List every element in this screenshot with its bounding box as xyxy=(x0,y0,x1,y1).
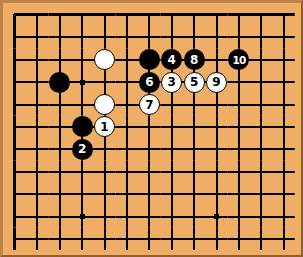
intersection-c1-r3[interactable] xyxy=(4,49,26,71)
intersection-c5-r11[interactable] xyxy=(93,228,115,250)
black-stone-move-2: 2 xyxy=(72,139,93,160)
black-stone-move-8: 8 xyxy=(184,49,205,70)
intersection-c5-r9[interactable] xyxy=(93,183,115,205)
intersection-c2-r3[interactable] xyxy=(26,49,48,71)
intersection-c7-r11[interactable] xyxy=(138,228,160,250)
intersection-c9-r2[interactable] xyxy=(183,26,205,48)
intersection-c8-r1[interactable] xyxy=(161,4,183,26)
intersection-c11-r11[interactable] xyxy=(228,228,250,250)
intersection-c9-r11[interactable] xyxy=(183,228,205,250)
intersection-c3-r6[interactable] xyxy=(49,116,71,138)
go-board: 48106359712 xyxy=(0,0,303,257)
intersection-c6-r1[interactable] xyxy=(116,4,138,26)
intersection-c2-r11[interactable] xyxy=(26,228,48,250)
intersection-c1-r8[interactable] xyxy=(4,161,26,183)
intersection-c5-r7[interactable] xyxy=(93,138,115,160)
intersection-c10-r10[interactable] xyxy=(205,205,227,227)
black-stone xyxy=(72,116,93,137)
intersection-c12-r2[interactable] xyxy=(250,26,272,48)
intersection-c11-r3[interactable]: 10 xyxy=(228,49,250,71)
intersection-c8-r10[interactable] xyxy=(161,205,183,227)
intersection-c12-r8[interactable] xyxy=(250,161,272,183)
intersection-c6-r8[interactable] xyxy=(116,161,138,183)
intersection-c6-r5[interactable] xyxy=(116,93,138,115)
intersection-c4-r3[interactable] xyxy=(71,49,93,71)
intersection-c5-r1[interactable] xyxy=(93,4,115,26)
intersection-c1-r4[interactable] xyxy=(4,71,26,93)
intersection-c11-r10[interactable] xyxy=(228,205,250,227)
intersection-c7-r3[interactable] xyxy=(138,49,160,71)
intersection-c10-r4[interactable]: 9 xyxy=(205,71,227,93)
intersection-c5-r2[interactable] xyxy=(93,26,115,48)
intersection-c13-r1[interactable] xyxy=(272,4,294,26)
white-stone xyxy=(94,49,115,70)
intersection-c11-r2[interactable] xyxy=(228,26,250,48)
intersection-c11-r6[interactable] xyxy=(228,116,250,138)
intersection-c9-r5[interactable] xyxy=(183,93,205,115)
intersection-c7-r4[interactable]: 6 xyxy=(138,71,160,93)
intersection-c6-r4[interactable] xyxy=(116,71,138,93)
intersection-c7-r8[interactable] xyxy=(138,161,160,183)
intersection-c2-r8[interactable] xyxy=(26,161,48,183)
intersection-c1-r2[interactable] xyxy=(4,26,26,48)
intersection-c9-r8[interactable] xyxy=(183,161,205,183)
intersection-c9-r6[interactable] xyxy=(183,116,205,138)
intersection-c1-r5[interactable] xyxy=(4,93,26,115)
intersection-c1-r11[interactable] xyxy=(4,228,26,250)
intersection-c8-r11[interactable] xyxy=(161,228,183,250)
intersection-c9-r7[interactable] xyxy=(183,138,205,160)
intersection-c13-r4[interactable] xyxy=(272,71,294,93)
intersection-c4-r7[interactable]: 2 xyxy=(71,138,93,160)
intersection-c6-r9[interactable] xyxy=(116,183,138,205)
black-stone xyxy=(49,72,70,93)
intersection-c13-r5[interactable] xyxy=(272,93,294,115)
intersection-c2-r10[interactable] xyxy=(26,205,48,227)
intersection-c2-r5[interactable] xyxy=(26,93,48,115)
intersection-c3-r8[interactable] xyxy=(49,161,71,183)
intersection-c1-r10[interactable] xyxy=(4,205,26,227)
intersection-c4-r2[interactable] xyxy=(71,26,93,48)
intersection-c5-r3[interactable] xyxy=(93,49,115,71)
intersection-c3-r2[interactable] xyxy=(49,26,71,48)
intersection-c8-r5[interactable] xyxy=(161,93,183,115)
intersection-c13-r3[interactable] xyxy=(272,49,294,71)
intersection-c10-r1[interactable] xyxy=(205,4,227,26)
intersection-c7-r9[interactable] xyxy=(138,183,160,205)
intersection-c6-r10[interactable] xyxy=(116,205,138,227)
intersection-c10-r11[interactable] xyxy=(205,228,227,250)
intersection-c7-r1[interactable] xyxy=(138,4,160,26)
intersection-c3-r5[interactable] xyxy=(49,93,71,115)
intersection-c9-r4[interactable]: 5 xyxy=(183,71,205,93)
intersection-c2-r1[interactable] xyxy=(26,4,48,26)
intersection-c11-r1[interactable] xyxy=(228,4,250,26)
intersection-c2-r4[interactable] xyxy=(26,71,48,93)
intersection-c8-r7[interactable] xyxy=(161,138,183,160)
intersection-c5-r10[interactable] xyxy=(93,205,115,227)
intersection-c10-r7[interactable] xyxy=(205,138,227,160)
intersection-c10-r3[interactable] xyxy=(205,49,227,71)
intersection-c9-r9[interactable] xyxy=(183,183,205,205)
intersection-c4-r8[interactable] xyxy=(71,161,93,183)
intersection-c4-r1[interactable] xyxy=(71,4,93,26)
intersection-c11-r7[interactable] xyxy=(228,138,250,160)
intersection-c6-r7[interactable] xyxy=(116,138,138,160)
intersection-c8-r3[interactable]: 4 xyxy=(161,49,183,71)
intersection-c3-r3[interactable] xyxy=(49,49,71,71)
intersection-c13-r10[interactable] xyxy=(272,205,294,227)
intersection-c1-r7[interactable] xyxy=(4,138,26,160)
intersection-c3-r1[interactable] xyxy=(49,4,71,26)
black-stone-move-4: 4 xyxy=(161,49,182,70)
white-stone-move-5: 5 xyxy=(184,72,205,93)
intersection-c9-r1[interactable] xyxy=(183,4,205,26)
intersection-c13-r8[interactable] xyxy=(272,161,294,183)
intersection-c8-r6[interactable] xyxy=(161,116,183,138)
black-stone xyxy=(139,49,160,70)
intersection-c10-r2[interactable] xyxy=(205,26,227,48)
white-stone-move-1: 1 xyxy=(94,116,115,137)
intersection-c4-r9[interactable] xyxy=(71,183,93,205)
star-point xyxy=(80,214,85,219)
intersection-c6-r3[interactable] xyxy=(116,49,138,71)
intersection-c3-r7[interactable] xyxy=(49,138,71,160)
intersection-c6-r6[interactable] xyxy=(116,116,138,138)
intersection-c13-r9[interactable] xyxy=(272,183,294,205)
intersection-c1-r1[interactable] xyxy=(4,4,26,26)
intersection-c6-r11[interactable] xyxy=(116,228,138,250)
intersection-c5-r5[interactable] xyxy=(93,93,115,115)
intersection-c7-r10[interactable] xyxy=(138,205,160,227)
intersection-c8-r8[interactable] xyxy=(161,161,183,183)
star-point xyxy=(214,214,219,219)
intersection-c7-r6[interactable] xyxy=(138,116,160,138)
intersection-c13-r7[interactable] xyxy=(272,138,294,160)
intersection-c7-r2[interactable] xyxy=(138,26,160,48)
intersection-c1-r6[interactable] xyxy=(4,116,26,138)
intersection-c7-r5[interactable]: 7 xyxy=(138,93,160,115)
intersection-c11-r8[interactable] xyxy=(228,161,250,183)
intersection-c8-r2[interactable] xyxy=(161,26,183,48)
black-stone-move-10: 10 xyxy=(228,49,249,70)
intersection-c12-r10[interactable] xyxy=(250,205,272,227)
intersection-c2-r7[interactable] xyxy=(26,138,48,160)
intersection-c4-r11[interactable] xyxy=(71,228,93,250)
white-stone-move-9: 9 xyxy=(206,72,227,93)
star-point xyxy=(80,80,85,85)
white-stone-move-7: 7 xyxy=(139,94,160,115)
intersection-c12-r6[interactable] xyxy=(250,116,272,138)
intersection-c11-r4[interactable] xyxy=(228,71,250,93)
intersection-c2-r2[interactable] xyxy=(26,26,48,48)
intersection-c9-r3[interactable]: 8 xyxy=(183,49,205,71)
intersection-c5-r4[interactable] xyxy=(93,71,115,93)
intersection-c6-r2[interactable] xyxy=(116,26,138,48)
intersection-c8-r9[interactable] xyxy=(161,183,183,205)
intersection-c11-r5[interactable] xyxy=(228,93,250,115)
board-grid: 48106359712 xyxy=(4,4,295,250)
intersection-c9-r10[interactable] xyxy=(183,205,205,227)
intersection-c4-r10[interactable] xyxy=(71,205,93,227)
intersection-c1-r9[interactable] xyxy=(4,183,26,205)
intersection-c10-r8[interactable] xyxy=(205,161,227,183)
intersection-c5-r8[interactable] xyxy=(93,161,115,183)
intersection-c10-r9[interactable] xyxy=(205,183,227,205)
intersection-c4-r6[interactable] xyxy=(71,116,93,138)
intersection-c12-r1[interactable] xyxy=(250,4,272,26)
white-stone xyxy=(94,94,115,115)
intersection-c12-r9[interactable] xyxy=(250,183,272,205)
intersection-c8-r4[interactable]: 3 xyxy=(161,71,183,93)
intersection-c3-r11[interactable] xyxy=(49,228,71,250)
black-stone-move-6: 6 xyxy=(139,72,160,93)
intersection-c12-r3[interactable] xyxy=(250,49,272,71)
intersection-c3-r9[interactable] xyxy=(49,183,71,205)
white-stone-move-3: 3 xyxy=(161,72,182,93)
intersection-c12-r7[interactable] xyxy=(250,138,272,160)
intersection-c3-r10[interactable] xyxy=(49,205,71,227)
intersection-c12-r4[interactable] xyxy=(250,71,272,93)
intersection-c2-r6[interactable] xyxy=(26,116,48,138)
intersection-c10-r5[interactable] xyxy=(205,93,227,115)
intersection-c4-r5[interactable] xyxy=(71,93,93,115)
intersection-c10-r6[interactable] xyxy=(205,116,227,138)
intersection-c5-r6[interactable]: 1 xyxy=(93,116,115,138)
intersection-c13-r11[interactable] xyxy=(272,228,294,250)
intersection-c13-r6[interactable] xyxy=(272,116,294,138)
intersection-c12-r11[interactable] xyxy=(250,228,272,250)
intersection-c11-r9[interactable] xyxy=(228,183,250,205)
intersection-c4-r4[interactable] xyxy=(71,71,93,93)
intersection-c12-r5[interactable] xyxy=(250,93,272,115)
intersection-c2-r9[interactable] xyxy=(26,183,48,205)
intersection-c7-r7[interactable] xyxy=(138,138,160,160)
intersection-c3-r4[interactable] xyxy=(49,71,71,93)
intersection-c13-r2[interactable] xyxy=(272,26,294,48)
